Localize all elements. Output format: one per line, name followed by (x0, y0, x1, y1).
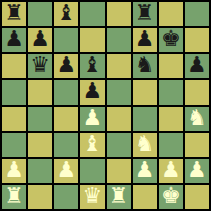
piece-black-bishop: ♝ (56, 2, 76, 24)
square-e6[interactable] (107, 54, 131, 78)
square-d5[interactable]: ♟ (80, 80, 104, 104)
square-f4[interactable] (133, 107, 157, 131)
square-b3[interactable] (28, 133, 52, 157)
square-a5[interactable] (2, 80, 26, 104)
piece-white-queen: ♛ (83, 185, 103, 207)
square-b6[interactable]: ♛ (28, 54, 52, 78)
piece-white-pawn: ♟ (4, 159, 24, 181)
square-g6[interactable] (159, 54, 183, 78)
square-g2[interactable]: ♟ (159, 159, 183, 183)
square-g5[interactable] (159, 80, 183, 104)
square-b8[interactable] (28, 2, 52, 26)
square-g3[interactable] (159, 133, 183, 157)
piece-black-pawn: ♟ (30, 28, 50, 50)
square-g4[interactable] (159, 107, 183, 131)
piece-white-pawn: ♟ (56, 159, 76, 181)
piece-black-rook: ♜ (4, 2, 24, 24)
chess-board: ♜♝♜♟♟♟♚♛♟♝♞♟♟♟♞♝♞♟♟♟♟♟♜♛♜♚ (0, 0, 211, 211)
square-b1[interactable] (28, 185, 52, 209)
square-b7[interactable]: ♟ (28, 28, 52, 52)
piece-black-bishop: ♝ (83, 54, 103, 76)
square-h2[interactable]: ♟ (185, 159, 209, 183)
square-b2[interactable] (28, 159, 52, 183)
square-d1[interactable]: ♛ (80, 185, 104, 209)
square-a7[interactable]: ♟ (2, 28, 26, 52)
piece-black-pawn: ♟ (56, 54, 76, 76)
square-h3[interactable] (185, 133, 209, 157)
piece-black-pawn: ♟ (135, 28, 155, 50)
square-g8[interactable] (159, 2, 183, 26)
square-f1[interactable] (133, 185, 157, 209)
piece-white-pawn: ♟ (135, 159, 155, 181)
piece-black-king: ♚ (161, 28, 181, 50)
square-h6[interactable]: ♟ (185, 54, 209, 78)
piece-white-king: ♚ (161, 185, 181, 207)
square-c2[interactable]: ♟ (54, 159, 78, 183)
piece-white-bishop: ♝ (83, 133, 103, 155)
piece-black-rook: ♜ (135, 2, 155, 24)
square-h7[interactable] (185, 28, 209, 52)
square-d3[interactable]: ♝ (80, 133, 104, 157)
piece-white-rook: ♜ (109, 185, 129, 207)
square-a1[interactable]: ♜ (2, 185, 26, 209)
piece-black-pawn: ♟ (187, 54, 207, 76)
square-c4[interactable] (54, 107, 78, 131)
piece-black-knight: ♞ (135, 54, 155, 76)
square-a2[interactable]: ♟ (2, 159, 26, 183)
square-f3[interactable]: ♞ (133, 133, 157, 157)
square-b4[interactable] (28, 107, 52, 131)
piece-white-pawn: ♟ (187, 159, 207, 181)
square-d4[interactable]: ♟ (80, 107, 104, 131)
square-f7[interactable]: ♟ (133, 28, 157, 52)
square-c8[interactable]: ♝ (54, 2, 78, 26)
square-f2[interactable]: ♟ (133, 159, 157, 183)
square-a6[interactable] (2, 54, 26, 78)
square-b5[interactable] (28, 80, 52, 104)
square-e3[interactable] (107, 133, 131, 157)
piece-white-pawn: ♟ (83, 107, 103, 129)
square-g1[interactable]: ♚ (159, 185, 183, 209)
square-d6[interactable]: ♝ (80, 54, 104, 78)
square-a3[interactable] (2, 133, 26, 157)
square-c5[interactable] (54, 80, 78, 104)
piece-black-queen: ♛ (30, 54, 50, 76)
square-h5[interactable] (185, 80, 209, 104)
square-e1[interactable]: ♜ (107, 185, 131, 209)
square-e8[interactable] (107, 2, 131, 26)
square-h8[interactable] (185, 2, 209, 26)
square-c1[interactable] (54, 185, 78, 209)
square-a8[interactable]: ♜ (2, 2, 26, 26)
piece-white-knight: ♞ (135, 133, 155, 155)
square-c7[interactable] (54, 28, 78, 52)
piece-black-pawn: ♟ (83, 80, 103, 102)
square-f8[interactable]: ♜ (133, 2, 157, 26)
square-e4[interactable] (107, 107, 131, 131)
square-d7[interactable] (80, 28, 104, 52)
square-c6[interactable]: ♟ (54, 54, 78, 78)
square-d2[interactable] (80, 159, 104, 183)
square-a4[interactable] (2, 107, 26, 131)
square-f6[interactable]: ♞ (133, 54, 157, 78)
square-e7[interactable] (107, 28, 131, 52)
square-e5[interactable] (107, 80, 131, 104)
piece-white-knight: ♞ (187, 107, 207, 129)
square-h4[interactable]: ♞ (185, 107, 209, 131)
square-e2[interactable] (107, 159, 131, 183)
piece-white-pawn: ♟ (161, 159, 181, 181)
square-f5[interactable] (133, 80, 157, 104)
piece-white-rook: ♜ (4, 185, 24, 207)
square-h1[interactable] (185, 185, 209, 209)
piece-black-pawn: ♟ (4, 28, 24, 50)
square-c3[interactable] (54, 133, 78, 157)
square-g7[interactable]: ♚ (159, 28, 183, 52)
square-d8[interactable] (80, 2, 104, 26)
